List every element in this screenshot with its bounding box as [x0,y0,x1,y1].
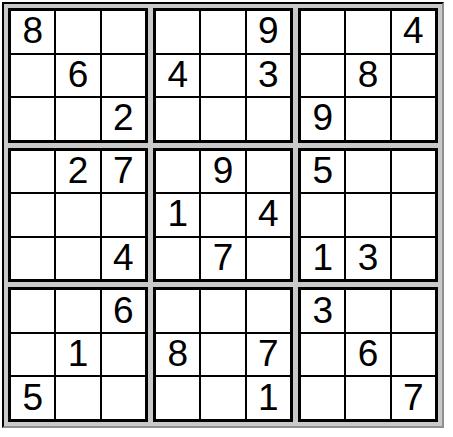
box-r3c1: 615 [8,287,148,422]
given-digit: 8 [358,56,379,93]
cell-r4c4[interactable] [156,151,199,193]
cell-r8c1[interactable] [11,334,54,376]
given-digit: 7 [113,152,134,189]
cell-r2c3[interactable] [102,55,145,97]
given-digit: 6 [358,335,379,372]
given-digit: 4 [403,12,424,49]
cell-r6c5[interactable]: 7 [201,238,244,280]
given-digit: 2 [113,99,134,136]
cell-r9c2[interactable] [56,377,99,419]
cell-r2c5[interactable] [201,55,244,97]
cell-r9c4[interactable] [156,377,199,419]
cell-r4c2[interactable]: 2 [56,151,99,193]
cell-r1c1[interactable]: 8 [11,11,54,53]
cell-r2c2[interactable]: 6 [56,55,99,97]
cell-r5c5[interactable] [201,194,244,236]
cell-r1c3[interactable] [102,11,145,53]
cell-r3c6[interactable] [247,98,290,140]
given-digit: 5 [312,152,333,189]
cell-r8c3[interactable] [102,334,145,376]
cell-r2c9[interactable] [392,55,435,97]
cell-r6c8[interactable]: 3 [346,238,389,280]
cell-r2c8[interactable]: 8 [346,55,389,97]
given-digit: 1 [312,239,333,276]
box-r3c3: 367 [298,287,438,422]
cell-r7c6[interactable] [247,290,290,332]
cell-r4c3[interactable]: 7 [102,151,145,193]
cell-r8c7[interactable] [301,334,344,376]
cell-r1c4[interactable] [156,11,199,53]
given-digit: 7 [213,239,234,276]
cell-r3c2[interactable] [56,98,99,140]
given-digit: 4 [113,239,134,276]
cell-r1c9[interactable]: 4 [392,11,435,53]
cell-r7c3[interactable]: 6 [102,290,145,332]
cell-r6c9[interactable] [392,238,435,280]
cell-r8c5[interactable] [201,334,244,376]
cell-r4c8[interactable] [346,151,389,193]
cell-r7c8[interactable] [346,290,389,332]
cell-r5c9[interactable] [392,194,435,236]
cell-r9c1[interactable]: 5 [11,377,54,419]
cell-r6c2[interactable] [56,238,99,280]
given-digit: 6 [68,56,89,93]
cell-r8c9[interactable] [392,334,435,376]
cell-r3c3[interactable]: 2 [102,98,145,140]
cell-r4c6[interactable] [247,151,290,193]
cell-r5c1[interactable] [11,194,54,236]
cell-r9c8[interactable] [346,377,389,419]
cell-r4c1[interactable] [11,151,54,193]
given-digit: 4 [258,195,279,232]
cell-r2c1[interactable] [11,55,54,97]
cell-r6c7[interactable]: 1 [301,238,344,280]
box-r1c1: 862 [8,8,148,143]
cell-r2c7[interactable] [301,55,344,97]
cell-r5c3[interactable] [102,194,145,236]
cell-r4c9[interactable] [392,151,435,193]
given-digit: 7 [403,379,424,416]
cell-r6c6[interactable] [247,238,290,280]
cell-r5c8[interactable] [346,194,389,236]
given-digit: 1 [68,335,89,372]
box-r1c3: 489 [298,8,438,143]
cell-r2c6[interactable]: 3 [247,55,290,97]
cell-r7c2[interactable] [56,290,99,332]
cell-r9c9[interactable]: 7 [392,377,435,419]
cell-r5c2[interactable] [56,194,99,236]
cell-r3c1[interactable] [11,98,54,140]
cell-r3c4[interactable] [156,98,199,140]
cell-r6c1[interactable] [11,238,54,280]
cell-r9c3[interactable] [102,377,145,419]
cell-r7c4[interactable] [156,290,199,332]
cell-r4c7[interactable]: 5 [301,151,344,193]
cell-r1c7[interactable] [301,11,344,53]
cell-r8c6[interactable]: 7 [247,334,290,376]
cell-r8c8[interactable]: 6 [346,334,389,376]
given-digit: 3 [258,56,279,93]
given-digit: 1 [167,195,188,232]
box-r2c3: 513 [298,148,438,283]
given-digit: 9 [213,152,234,189]
given-digit: 3 [358,239,379,276]
given-digit: 9 [258,12,279,49]
given-digit: 5 [22,379,43,416]
cell-r7c5[interactable] [201,290,244,332]
page: 8629434892749147513615871367 [0,0,453,437]
cell-r9c6[interactable]: 1 [247,377,290,419]
cell-r7c9[interactable] [392,290,435,332]
given-digit: 2 [68,152,89,189]
cell-r2c4[interactable]: 4 [156,55,199,97]
given-digit: 8 [167,335,188,372]
cell-r5c6[interactable]: 4 [247,194,290,236]
box-r3c2: 871 [153,287,293,422]
cell-r3c9[interactable] [392,98,435,140]
cell-r3c7[interactable]: 9 [301,98,344,140]
cell-r7c7[interactable]: 3 [301,290,344,332]
cell-r3c8[interactable] [346,98,389,140]
box-r2c1: 274 [8,148,148,283]
cell-r8c4[interactable]: 8 [156,334,199,376]
cell-r9c5[interactable] [201,377,244,419]
cell-r3c5[interactable] [201,98,244,140]
cell-r6c3[interactable]: 4 [102,238,145,280]
sudoku-board: 8629434892749147513615871367 [2,2,444,428]
cell-r9c7[interactable] [301,377,344,419]
given-digit: 9 [312,99,333,136]
cell-r5c4[interactable]: 1 [156,194,199,236]
cell-r6c4[interactable] [156,238,199,280]
cell-r1c2[interactable] [56,11,99,53]
given-digit: 3 [312,292,333,329]
cell-r1c6[interactable]: 9 [247,11,290,53]
given-digit: 4 [167,56,188,93]
given-digit: 8 [22,12,43,49]
cell-r1c8[interactable] [346,11,389,53]
box-r1c2: 943 [153,8,293,143]
cell-r4c5[interactable]: 9 [201,151,244,193]
given-digit: 1 [258,379,279,416]
cell-r1c5[interactable] [201,11,244,53]
cell-r8c2[interactable]: 1 [56,334,99,376]
cell-r5c7[interactable] [301,194,344,236]
given-digit: 7 [258,335,279,372]
given-digit: 6 [113,292,134,329]
box-r2c2: 9147 [153,148,293,283]
cell-r7c1[interactable] [11,290,54,332]
